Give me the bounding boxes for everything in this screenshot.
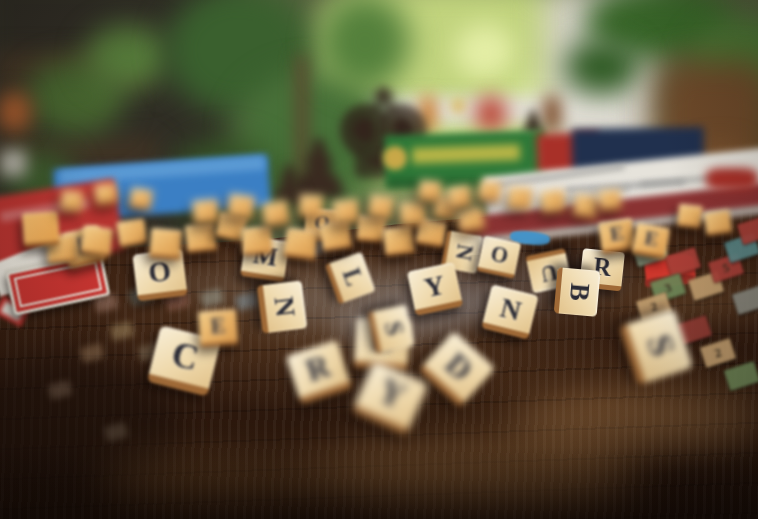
tabletop-items: 3252OEMNLONOURBNYCEREDYSSEE [0, 0, 758, 519]
warm-highlight [300, 440, 640, 510]
board-square [664, 247, 701, 278]
tile-letter: N [270, 295, 300, 318]
scrabble-tile-blank[interactable] [418, 180, 442, 203]
scrabble-tile-R[interactable]: R [285, 340, 352, 405]
tile-letter: O [147, 256, 173, 288]
scrabble-tile-blank[interactable] [22, 211, 60, 247]
scrabble-tile-blank[interactable] [241, 226, 273, 256]
scrabble-tile-O[interactable]: O [477, 236, 522, 279]
scrabble-tile-blank[interactable] [60, 190, 84, 213]
tile-letter: S [380, 319, 407, 337]
tile-letter: E [210, 314, 226, 337]
tile-letter: B [565, 282, 593, 302]
tile-letter: E [609, 223, 625, 244]
tile-letter: Y [373, 374, 410, 416]
scrabble-tile-blank[interactable] [261, 200, 291, 228]
scrabble-tile-blank[interactable] [507, 186, 533, 211]
scrabble-tile-blank[interactable] [332, 198, 360, 225]
scrabble-tile-blank[interactable] [478, 179, 503, 203]
board-square [723, 361, 758, 392]
scrabble-tile-D[interactable]: D [419, 331, 496, 408]
scrabble-tile-blank[interactable] [448, 185, 473, 209]
scrabble-tile-blank[interactable] [226, 193, 255, 221]
tile-letter: D [440, 346, 479, 386]
red-piece-back [706, 168, 758, 190]
tile-letter: C [168, 337, 202, 378]
scrabble-tile-blank[interactable] [192, 199, 220, 226]
scrabble-tile-blank[interactable] [283, 227, 318, 261]
scrabble-tile-B[interactable]: B [553, 267, 600, 317]
warm-highlight [100, 455, 320, 505]
scrabble-tile-blank[interactable] [149, 228, 183, 261]
scrabble-tile-blank[interactable] [382, 225, 415, 257]
scrabble-tile-blank[interactable] [399, 201, 427, 227]
scrabble-tile-blank[interactable] [598, 189, 622, 212]
scrabble-tile-blank[interactable] [80, 225, 114, 257]
scrabble-tile-blank[interactable] [540, 189, 566, 214]
tile-letter: E [643, 228, 659, 250]
scrabble-tile-E[interactable]: E [631, 222, 670, 259]
tile-letter: S [640, 331, 680, 361]
scrabble-tile-blank[interactable] [456, 206, 485, 234]
board-square-number: 2 [712, 344, 723, 361]
game-table-photo: ♚♟♟♟ 3252OEMNLONOURBNYCEREDYSSEE [0, 0, 758, 519]
scrabble-tile-blank[interactable] [94, 182, 118, 205]
scrabble-tile-blank[interactable] [572, 193, 599, 219]
board-square: 2 [699, 338, 736, 369]
scrabble-tile-blank[interactable] [356, 215, 386, 243]
scrabble-tile-blank[interactable] [129, 187, 154, 211]
tile-letter: R [302, 350, 333, 387]
tile-letter: N [498, 293, 524, 325]
faint-board-square [109, 321, 134, 341]
scrabble-tile-Y[interactable]: Y [351, 360, 429, 436]
scrabble-tile-blank[interactable] [677, 204, 703, 229]
scrabble-tile-S[interactable]: S [367, 304, 414, 353]
scrabble-tile-E[interactable]: E [598, 218, 636, 254]
scrabble-tile-blank[interactable] [367, 194, 395, 220]
scrabble-tile-N[interactable]: N [257, 280, 308, 333]
tile-letter: Y [422, 270, 447, 301]
scrabble-tile-E[interactable]: E [198, 309, 238, 347]
scrabble-tile-blank[interactable] [116, 218, 148, 249]
scrabble-tile-blank[interactable] [185, 222, 218, 253]
warm-highlight [510, 392, 758, 448]
tile-letter: N [452, 243, 476, 263]
game-token-badge[interactable] [383, 146, 407, 170]
scrabble-tile-blank[interactable] [703, 209, 732, 237]
tile-letter: O [489, 242, 510, 267]
tile-letter: L [338, 265, 366, 289]
scrabble-tile-blank[interactable] [298, 194, 324, 218]
